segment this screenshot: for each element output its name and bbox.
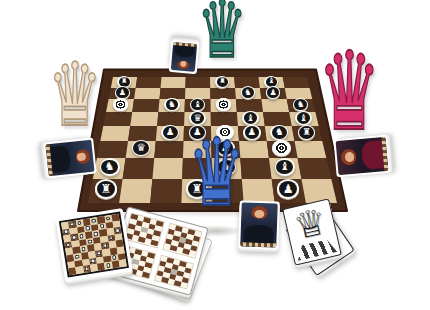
character-dress xyxy=(174,44,195,57)
square-g4[interactable] xyxy=(265,126,295,141)
square-a4[interactable] xyxy=(100,126,130,141)
diagram-token-dot xyxy=(63,229,68,234)
square-b5[interactable] xyxy=(130,112,158,126)
sketch-queen-glyph: ♕ xyxy=(284,201,337,246)
teal-queen-piece[interactable]: ♛ xyxy=(196,14,248,70)
square-e6[interactable] xyxy=(210,99,236,112)
diagram-token-dot xyxy=(79,233,84,238)
square-h7[interactable] xyxy=(285,88,312,99)
board-diagram-card[interactable] xyxy=(55,208,132,282)
square-c3[interactable] xyxy=(154,141,183,158)
square-c6[interactable] xyxy=(158,99,185,112)
diagram-token-dot xyxy=(75,254,80,259)
pattern-cell xyxy=(150,240,158,247)
diagram-token-dot xyxy=(90,258,95,263)
character-chess-table xyxy=(240,242,276,247)
character-deck-top[interactable] xyxy=(169,40,200,74)
teal-queen-glyph: ♛ xyxy=(197,0,247,70)
square-g1[interactable] xyxy=(272,179,306,203)
square-c4[interactable] xyxy=(156,126,184,141)
square-g7[interactable] xyxy=(260,88,287,99)
diagram-token-dot xyxy=(115,228,120,233)
square-g5[interactable] xyxy=(263,112,292,126)
diagram-token-dot xyxy=(70,222,75,227)
square-d8[interactable] xyxy=(185,77,210,88)
diagram-token-dot xyxy=(91,218,96,223)
diagram-token-dot xyxy=(106,263,111,268)
square-b3[interactable] xyxy=(126,141,156,158)
diagram-token-dot xyxy=(65,242,70,247)
square-b6[interactable] xyxy=(132,99,159,112)
diagram-token-dot xyxy=(99,224,104,229)
puzzle-quadrant-4 xyxy=(154,254,194,289)
puzzle-quadrant-1 xyxy=(124,212,164,247)
diagram-token-dot xyxy=(81,247,86,252)
character-card-art xyxy=(240,202,278,247)
square-a2[interactable] xyxy=(93,158,126,179)
diagram-token-dot xyxy=(93,231,98,236)
diagram-token-dot xyxy=(84,266,89,271)
character-face xyxy=(254,209,264,218)
square-e7[interactable] xyxy=(210,88,236,99)
cream-queen-piece[interactable]: ♛ xyxy=(48,78,100,138)
square-g2[interactable] xyxy=(269,158,302,179)
diagram-token-dot xyxy=(112,255,117,260)
pattern-cell xyxy=(188,250,196,257)
square-e8[interactable] xyxy=(210,77,235,88)
square-b1[interactable] xyxy=(119,179,152,203)
blue-queen-piece[interactable]: ♛ xyxy=(188,156,242,220)
pink-queen-piece[interactable]: ♛ xyxy=(318,76,372,146)
pink-queen-glyph: ♛ xyxy=(318,38,381,147)
diagram-token-dot xyxy=(77,220,82,225)
square-c8[interactable] xyxy=(161,77,186,88)
square-a1[interactable] xyxy=(88,179,123,203)
diagram-token-dot xyxy=(109,235,114,240)
square-b4[interactable] xyxy=(128,126,157,141)
square-h5[interactable] xyxy=(289,112,318,126)
square-c5[interactable] xyxy=(157,112,184,126)
square-h2[interactable] xyxy=(298,158,332,179)
square-a7[interactable] xyxy=(109,88,136,99)
diagram-token-dot xyxy=(106,216,111,221)
square-a6[interactable] xyxy=(106,99,134,112)
diagram-token-dot xyxy=(102,243,107,248)
square-c7[interactable] xyxy=(160,88,186,99)
square-g8[interactable] xyxy=(259,77,285,88)
pattern-cell xyxy=(142,271,150,278)
diagram-token-dot xyxy=(96,251,101,256)
square-f8[interactable] xyxy=(234,77,260,88)
blue-queen-glyph: ♛ xyxy=(188,127,245,220)
square-a5[interactable] xyxy=(103,112,132,126)
square-b7[interactable] xyxy=(134,88,160,99)
square-f1[interactable] xyxy=(242,179,275,203)
square-d6[interactable] xyxy=(185,99,211,112)
square-g6[interactable] xyxy=(261,99,289,112)
character-dress xyxy=(243,224,274,244)
square-f6[interactable] xyxy=(236,99,263,112)
diagram-token-dot xyxy=(87,239,92,244)
square-c1[interactable] xyxy=(150,179,182,203)
square-b2[interactable] xyxy=(123,158,155,179)
diagram-token-dot xyxy=(72,235,77,240)
square-h8[interactable] xyxy=(283,77,310,88)
square-c2[interactable] xyxy=(152,158,183,179)
square-g3[interactable] xyxy=(267,141,298,158)
square-d7[interactable] xyxy=(185,88,210,99)
square-b8[interactable] xyxy=(136,77,162,88)
square-h6[interactable] xyxy=(287,99,316,112)
diagram-token-dot xyxy=(85,226,90,231)
square-a8[interactable] xyxy=(111,77,137,88)
character-dress xyxy=(49,145,71,174)
character-card-art xyxy=(171,42,197,72)
square-f7[interactable] xyxy=(235,88,261,99)
queens-gambit-product-photo: ♜♜♝♟♞♟♞♝♞♛♝♝♟♟♟♞♜♛♟♞♞♝♜♜♟ ♛ ♛ ♛ ♛ xyxy=(0,0,430,310)
cream-queen-glyph: ♛ xyxy=(48,50,102,138)
diagram-cell xyxy=(119,259,127,267)
puzzle-quadrant-2 xyxy=(162,223,202,258)
pattern-cell xyxy=(180,282,188,289)
mini-chessboard xyxy=(59,211,129,277)
